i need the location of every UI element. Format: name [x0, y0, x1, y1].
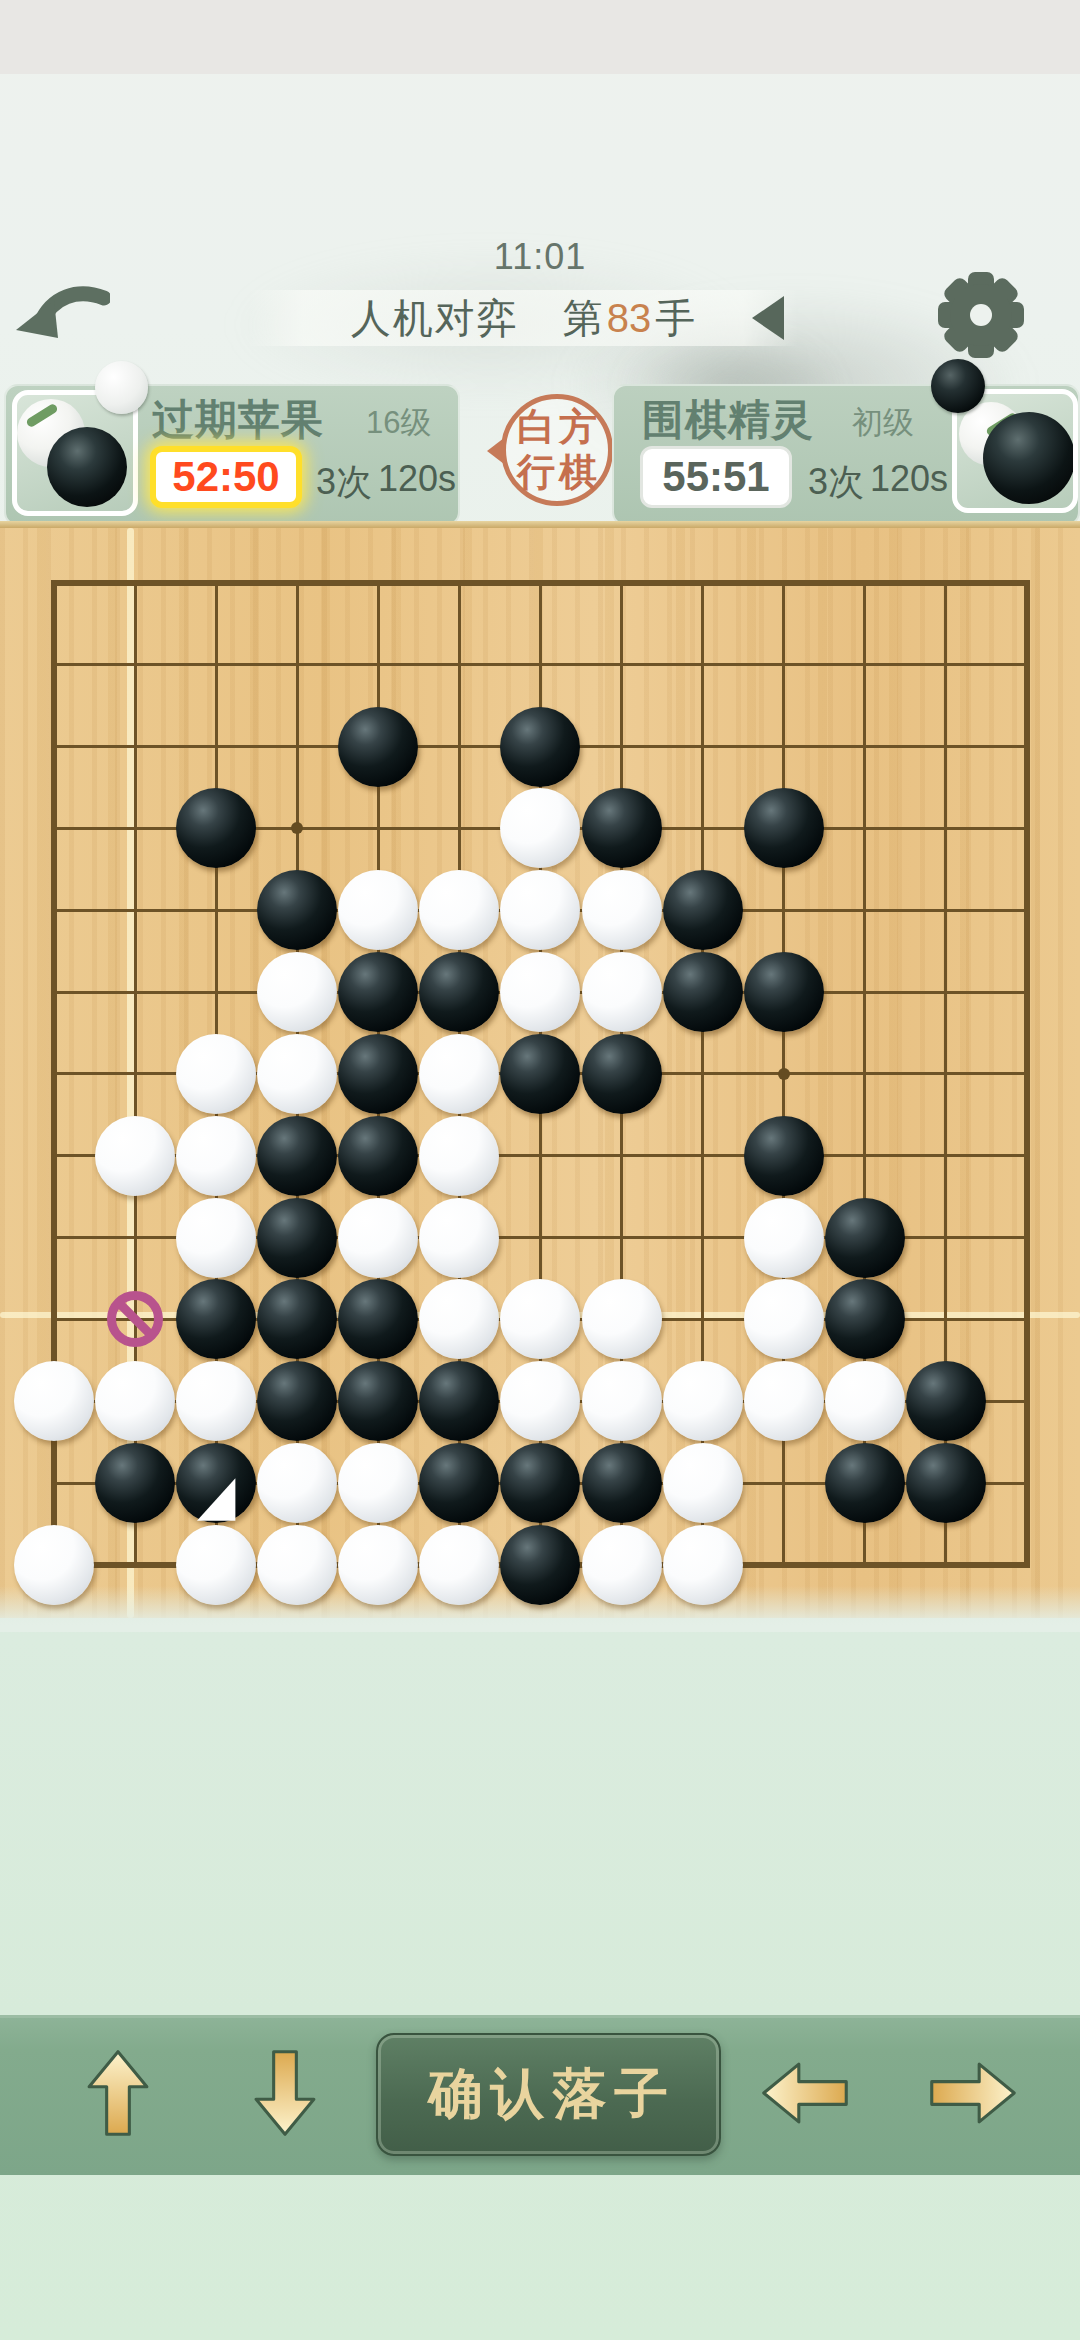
- white-stone: [582, 952, 662, 1032]
- white-stone: [257, 1034, 337, 1114]
- black-stone: [906, 1443, 986, 1523]
- black-stone: [95, 1443, 175, 1523]
- white-stone: [744, 1361, 824, 1441]
- black-stone: [825, 1443, 905, 1523]
- white-stone: [257, 1525, 337, 1605]
- status-bar: [0, 0, 1080, 74]
- forbidden-point-icon: [107, 1291, 163, 1347]
- white-stone: [176, 1361, 256, 1441]
- white-stone: [95, 1116, 175, 1196]
- black-stone: [338, 707, 418, 787]
- white-stone: [338, 1443, 418, 1523]
- white-stone: [500, 1279, 580, 1359]
- black-stone: [500, 1525, 580, 1605]
- black-stone: [663, 870, 743, 950]
- black-stone: [582, 1443, 662, 1523]
- white-stone: [419, 1525, 499, 1605]
- black-stone: [176, 1443, 256, 1523]
- go-app-screen: 11:01 人机对弈 第83手 过期苹果 16级 52:50 3次 120s 白…: [0, 0, 1080, 2340]
- grid-line-vertical: [1024, 580, 1030, 1568]
- star-point: [778, 1068, 790, 1080]
- game-mode-title: 人机对弈: [351, 291, 519, 346]
- black-stone: [338, 1034, 418, 1114]
- black-stone: [257, 1361, 337, 1441]
- black-stone: [338, 1361, 418, 1441]
- star-point: [291, 822, 303, 834]
- black-stone: [338, 1279, 418, 1359]
- black-stone: [419, 1361, 499, 1441]
- white-stone: [419, 1116, 499, 1196]
- black-stone: [176, 1279, 256, 1359]
- white-stone: [582, 1361, 662, 1441]
- black-stone: [500, 1443, 580, 1523]
- down-arrow-button[interactable]: [252, 2047, 318, 2139]
- black-stone: [257, 1279, 337, 1359]
- black-stone: [500, 707, 580, 787]
- white-stone: [582, 1525, 662, 1605]
- white-stone: [582, 870, 662, 950]
- white-byoyomi-time: 120s: [870, 458, 948, 500]
- last-move-marker: [176, 1443, 256, 1523]
- settings-gear-icon[interactable]: [938, 272, 1024, 358]
- white-player-rank: 初级: [852, 402, 914, 444]
- black-stone: [176, 788, 256, 868]
- white-timer: 55:51: [640, 446, 792, 508]
- black-stone: [419, 952, 499, 1032]
- white-stone: [500, 952, 580, 1032]
- black-player-name: 过期苹果: [152, 392, 324, 448]
- collapse-arrow-icon[interactable]: [752, 296, 784, 340]
- white-player-name: 围棋精灵: [642, 392, 814, 448]
- up-arrow-button[interactable]: [85, 2047, 151, 2139]
- black-player-rank: 16级: [366, 402, 431, 444]
- black-stone: [744, 1116, 824, 1196]
- white-stone: [338, 1198, 418, 1278]
- white-stone: [176, 1525, 256, 1605]
- white-stone: [663, 1525, 743, 1605]
- white-byoyomi-periods: 3次: [808, 458, 864, 507]
- white-stone: [176, 1198, 256, 1278]
- turn-stamp: 白方 行棋: [501, 394, 613, 506]
- white-stone: [95, 1361, 175, 1441]
- black-stone: [825, 1198, 905, 1278]
- board-top-divider: [0, 521, 1080, 528]
- black-stone: [744, 788, 824, 868]
- black-byoyomi-time: 120s: [378, 458, 456, 500]
- black-stone: [257, 1116, 337, 1196]
- white-stone: [500, 870, 580, 950]
- game-title-bar: 人机对弈 第83手: [248, 290, 798, 346]
- white-stone: [663, 1361, 743, 1441]
- black-stone: [744, 952, 824, 1032]
- black-stone: [825, 1279, 905, 1359]
- white-stone: [338, 1525, 418, 1605]
- black-stone: [582, 1034, 662, 1114]
- black-stone: [338, 1116, 418, 1196]
- black-stone: [419, 1443, 499, 1523]
- black-byoyomi-periods: 3次: [316, 458, 372, 507]
- move-number: 83: [603, 296, 656, 340]
- white-stone: [744, 1198, 824, 1278]
- white-stone: [419, 1198, 499, 1278]
- black-stone: [906, 1361, 986, 1441]
- clock-text: 11:01: [0, 236, 1080, 278]
- white-stone: [744, 1279, 824, 1359]
- white-stone: [419, 1279, 499, 1359]
- white-stone-badge: [95, 361, 148, 414]
- white-stone: [14, 1525, 94, 1605]
- white-stone: [419, 1034, 499, 1114]
- white-stone: [663, 1443, 743, 1523]
- white-stone: [338, 870, 418, 950]
- go-board[interactable]: [0, 528, 1080, 1618]
- white-stone: [500, 788, 580, 868]
- white-stone: [176, 1034, 256, 1114]
- black-stone: [338, 952, 418, 1032]
- black-stone: [582, 788, 662, 868]
- white-stone: [825, 1361, 905, 1441]
- black-stone: [257, 870, 337, 950]
- black-stone-badge: [931, 359, 985, 413]
- white-stone: [257, 952, 337, 1032]
- white-stone: [176, 1116, 256, 1196]
- back-arrow-icon: [10, 268, 110, 368]
- confirm-move-button[interactable]: 确认落子: [376, 2033, 721, 2156]
- move-counter: 第83手: [563, 291, 696, 346]
- white-stone: [257, 1443, 337, 1523]
- white-stone: [500, 1361, 580, 1441]
- white-stone: [419, 870, 499, 950]
- white-stone: [14, 1361, 94, 1441]
- white-stone: [582, 1279, 662, 1359]
- back-button[interactable]: [10, 268, 110, 364]
- black-timer: 52:50: [150, 446, 302, 508]
- black-stone: [663, 952, 743, 1032]
- black-stone: [257, 1198, 337, 1278]
- prev-move-button[interactable]: [772, 2047, 838, 2139]
- black-stone: [500, 1034, 580, 1114]
- next-move-button[interactable]: [940, 2047, 1006, 2139]
